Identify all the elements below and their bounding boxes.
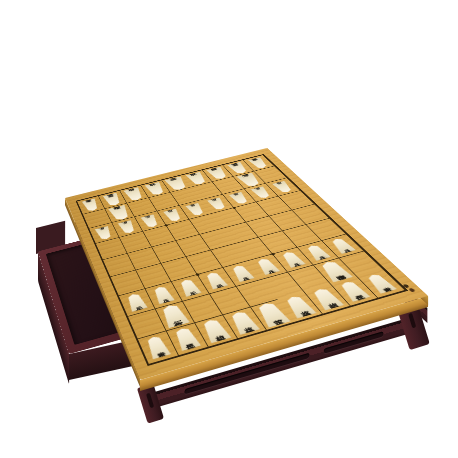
piece-pawn-gote[interactable]: 歩兵 [250, 186, 273, 199]
piece-pawn-sente[interactable]: 歩兵 [229, 264, 255, 282]
piece-pawn-gote[interactable]: 歩兵 [207, 197, 229, 211]
piece-pawn-gote[interactable]: 歩兵 [228, 192, 250, 206]
piece-kanji: 飛車 [116, 212, 123, 214]
piece-kanji: 香車 [88, 204, 94, 205]
piece-kanji: 歩兵 [186, 287, 193, 289]
piece-kanji: 金将 [295, 305, 303, 307]
piece-kanji: 桂馬 [350, 290, 358, 292]
piece-kanji: 金将 [152, 188, 158, 190]
piece-pawn-sente[interactable]: 歩兵 [254, 257, 281, 275]
leg-groove [146, 393, 154, 409]
piece-pawn-sente[interactable]: 歩兵 [151, 285, 175, 305]
piece-kanji: 歩兵 [133, 301, 140, 303]
leg-groove [408, 313, 416, 329]
piece-kanji: 歩兵 [258, 192, 264, 193]
piece-kanji: 歩兵 [160, 294, 167, 296]
piece-kanji: 歩兵 [289, 258, 296, 260]
piece-kanji: 歩兵 [239, 272, 246, 274]
piece-knight-sente[interactable]: 桂馬 [171, 326, 201, 351]
piece-kanji: 銀将 [130, 193, 136, 195]
piece-kanji: 香車 [377, 282, 384, 284]
piece-kanji: 桂馬 [182, 337, 190, 339]
piece-pawn-gote[interactable]: 歩兵 [140, 214, 160, 228]
piece-kanji: 角行 [246, 179, 253, 181]
piece-kanji: 歩兵 [101, 232, 107, 234]
piece-kanji: 歩兵 [147, 220, 153, 222]
piece-kanji: 歩兵 [192, 209, 198, 210]
piece-pawn-sente[interactable]: 歩兵 [203, 271, 228, 290]
piece-pawn-gote[interactable]: 歩兵 [185, 203, 206, 217]
piece-kanji: 歩兵 [213, 280, 220, 282]
piece-pawn-sente[interactable]: 歩兵 [125, 292, 149, 312]
piece-kanji: 銀将 [211, 329, 220, 331]
piece-kanji: 香車 [153, 346, 161, 348]
piece-kanji: 歩兵 [280, 186, 286, 187]
piece-kanji: 桂馬 [235, 167, 241, 168]
piece-pawn-gote[interactable]: 歩兵 [162, 208, 183, 222]
piece-kanji: 飛車 [331, 270, 339, 272]
piece-kanji: 玉将 [173, 183, 180, 185]
piece-kanji: 香車 [256, 162, 262, 163]
piece-kanji: 銀将 [323, 297, 331, 299]
piece-kanji: 歩兵 [170, 214, 176, 216]
piece-kanji: 桂馬 [109, 199, 115, 201]
piece-kanji: 歩兵 [124, 226, 130, 228]
piece-kanji: 歩兵 [339, 245, 345, 247]
piece-kanji: 角行 [170, 314, 179, 316]
piece-kanji: 銀将 [215, 172, 221, 174]
piece-kanji: 歩兵 [314, 252, 320, 254]
piece-kanji: 王将 [268, 313, 277, 316]
piece-kanji: 歩兵 [264, 265, 271, 267]
piece-kanji: 歩兵 [236, 197, 242, 198]
piece-kanji: 金将 [239, 321, 248, 323]
piece-kanji: 歩兵 [214, 203, 220, 204]
piece-pawn-sente[interactable]: 歩兵 [328, 237, 356, 254]
piece-pawn-sente[interactable]: 歩兵 [177, 278, 202, 297]
piece-pawn-gote[interactable]: 歩兵 [271, 181, 294, 194]
shogi-set-photo: 香車桂馬銀将金将玉将金将銀将桂馬香車飛車角行歩兵歩兵歩兵歩兵歩兵歩兵歩兵歩兵歩兵… [0, 0, 458, 458]
piece-lance-sente[interactable]: 香車 [143, 334, 171, 359]
piece-kanji: 金将 [194, 178, 200, 180]
